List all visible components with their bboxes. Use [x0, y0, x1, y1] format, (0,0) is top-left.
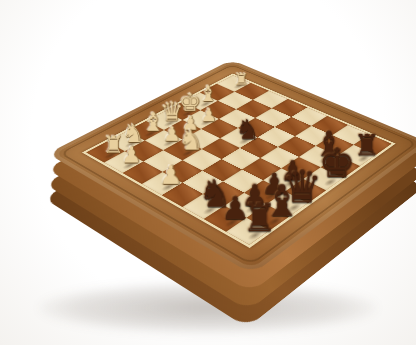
black-rook[interactable]: ♜ [242, 200, 273, 236]
black-rook[interactable]: ♜ [353, 132, 381, 160]
chess-photo-scene: ♜♞♝♛♚♝♜♟♟♟♟♞♟♞♞♟♟♟♟♝♜♝♛♚♜ [0, 0, 416, 345]
white-pawn[interactable]: ♟ [118, 145, 146, 166]
board-frame: ♜♞♝♛♚♝♜♟♟♟♟♞♟♞♞♟♟♟♟♝♜♝♛♚♜ [48, 60, 416, 274]
white-pawn[interactable]: ♟ [156, 164, 185, 189]
black-knight[interactable]: ♞ [234, 116, 261, 142]
white-rook[interactable]: ♜ [229, 71, 253, 86]
black-king[interactable]: ♚ [319, 144, 348, 183]
white-knight[interactable]: ♞ [177, 127, 204, 154]
